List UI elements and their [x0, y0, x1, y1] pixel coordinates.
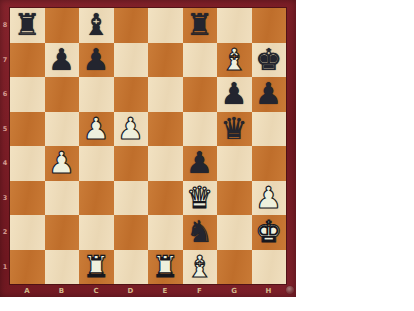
square-a1[interactable]: [10, 250, 45, 285]
square-a4[interactable]: [10, 146, 45, 181]
piece-white-rook: ♜: [79, 250, 114, 285]
square-a6[interactable]: [10, 77, 45, 112]
square-g8[interactable]: [217, 8, 252, 43]
square-b8[interactable]: [45, 8, 80, 43]
piece-white-pawn: ♟: [114, 112, 149, 147]
piece-black-king: ♚: [252, 43, 287, 78]
square-b7[interactable]: ♟: [45, 43, 80, 78]
board-grid: ♜♝♜♟♟♝♚♟♟♟♟♛♟♟♛♟♞♚♜♜♝: [10, 8, 286, 284]
square-b5[interactable]: [45, 112, 80, 147]
square-c4[interactable]: [79, 146, 114, 181]
square-f4[interactable]: ♟: [183, 146, 218, 181]
square-h4[interactable]: [252, 146, 287, 181]
piece-black-pawn: ♟: [183, 146, 218, 181]
piece-black-bishop: ♝: [79, 8, 114, 43]
file-label-e: E: [148, 284, 183, 297]
square-h3[interactable]: ♟: [252, 181, 287, 216]
square-h1[interactable]: [252, 250, 287, 285]
square-g7[interactable]: ♝: [217, 43, 252, 78]
rank-labels: 87654321: [0, 8, 10, 284]
rank-label-1: 1: [0, 250, 10, 285]
piece-black-pawn: ♟: [252, 77, 287, 112]
piece-black-pawn: ♟: [79, 43, 114, 78]
page: 87654321 ♜♝♜♟♟♝♚♟♟♟♟♛♟♟♛♟♞♚♜♜♝ ABCDEFGH: [0, 0, 414, 311]
piece-white-pawn: ♟: [252, 181, 287, 216]
square-b3[interactable]: [45, 181, 80, 216]
square-h2[interactable]: ♚: [252, 215, 287, 250]
piece-black-pawn: ♟: [45, 43, 80, 78]
file-label-d: D: [114, 284, 149, 297]
square-e6[interactable]: [148, 77, 183, 112]
square-d2[interactable]: [114, 215, 149, 250]
square-f8[interactable]: ♜: [183, 8, 218, 43]
square-c2[interactable]: [79, 215, 114, 250]
square-g1[interactable]: [217, 250, 252, 285]
square-g3[interactable]: [217, 181, 252, 216]
rank-label-8: 8: [0, 8, 10, 43]
square-h5[interactable]: [252, 112, 287, 147]
square-f2[interactable]: ♞: [183, 215, 218, 250]
file-label-h: H: [252, 284, 287, 297]
square-e8[interactable]: [148, 8, 183, 43]
square-e7[interactable]: [148, 43, 183, 78]
square-d1[interactable]: [114, 250, 149, 285]
piece-white-bishop: ♝: [217, 43, 252, 78]
square-f6[interactable]: [183, 77, 218, 112]
square-h8[interactable]: [252, 8, 287, 43]
rank-label-3: 3: [0, 181, 10, 216]
rank-label-6: 6: [0, 77, 10, 112]
square-a8[interactable]: ♜: [10, 8, 45, 43]
square-f1[interactable]: ♝: [183, 250, 218, 285]
square-a2[interactable]: [10, 215, 45, 250]
square-b1[interactable]: [45, 250, 80, 285]
square-f7[interactable]: [183, 43, 218, 78]
piece-black-pawn: ♟: [217, 77, 252, 112]
square-e5[interactable]: [148, 112, 183, 147]
square-c1[interactable]: ♜: [79, 250, 114, 285]
square-c6[interactable]: [79, 77, 114, 112]
square-a5[interactable]: [10, 112, 45, 147]
square-h6[interactable]: ♟: [252, 77, 287, 112]
square-d8[interactable]: [114, 8, 149, 43]
piece-black-queen: ♛: [217, 112, 252, 147]
rank-label-2: 2: [0, 215, 10, 250]
file-labels: ABCDEFGH: [10, 284, 286, 297]
file-label-a: A: [10, 284, 45, 297]
file-label-c: C: [79, 284, 114, 297]
square-e4[interactable]: [148, 146, 183, 181]
piece-white-king: ♚: [252, 215, 287, 250]
rank-label-7: 7: [0, 43, 10, 78]
file-label-g: G: [217, 284, 252, 297]
square-g4[interactable]: [217, 146, 252, 181]
square-a3[interactable]: [10, 181, 45, 216]
square-b2[interactable]: [45, 215, 80, 250]
square-g5[interactable]: ♛: [217, 112, 252, 147]
square-e3[interactable]: [148, 181, 183, 216]
piece-white-pawn: ♟: [79, 112, 114, 147]
square-a7[interactable]: [10, 43, 45, 78]
square-c5[interactable]: ♟: [79, 112, 114, 147]
piece-black-rook: ♜: [10, 8, 45, 43]
square-b6[interactable]: [45, 77, 80, 112]
square-d6[interactable]: [114, 77, 149, 112]
piece-white-rook: ♜: [148, 250, 183, 285]
square-e2[interactable]: [148, 215, 183, 250]
square-g6[interactable]: ♟: [217, 77, 252, 112]
square-e1[interactable]: ♜: [148, 250, 183, 285]
square-c3[interactable]: [79, 181, 114, 216]
file-label-b: B: [45, 284, 80, 297]
piece-black-rook: ♜: [183, 8, 218, 43]
piece-black-knight: ♞: [183, 215, 218, 250]
board-logo-icon: [286, 286, 294, 294]
square-g2[interactable]: [217, 215, 252, 250]
rank-label-5: 5: [0, 112, 10, 147]
chess-board: 87654321 ♜♝♜♟♟♝♚♟♟♟♟♛♟♟♛♟♞♚♜♜♝ ABCDEFGH: [0, 0, 296, 297]
square-d5[interactable]: ♟: [114, 112, 149, 147]
square-d4[interactable]: [114, 146, 149, 181]
square-f3[interactable]: ♛: [183, 181, 218, 216]
square-f5[interactable]: [183, 112, 218, 147]
square-c8[interactable]: ♝: [79, 8, 114, 43]
rank-label-4: 4: [0, 146, 10, 181]
square-c7[interactable]: ♟: [79, 43, 114, 78]
piece-white-bishop: ♝: [183, 250, 218, 285]
piece-white-queen: ♛: [183, 181, 218, 216]
square-b4[interactable]: ♟: [45, 146, 80, 181]
square-d7[interactable]: [114, 43, 149, 78]
square-h7[interactable]: ♚: [252, 43, 287, 78]
square-d3[interactable]: [114, 181, 149, 216]
piece-white-pawn: ♟: [45, 146, 80, 181]
file-label-f: F: [183, 284, 218, 297]
